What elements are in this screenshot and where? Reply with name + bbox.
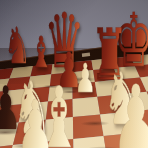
piece-white-pawn-b2: ♟ [16, 91, 51, 148]
piece-red-knight-b8: ♞ [4, 21, 28, 71]
piece-white-pawn-g2: ♟ [111, 74, 148, 148]
pieces-layer: ♞♚♝♛♜♟♟♞♟♞♝♟♟ [0, 0, 148, 148]
chess-photo-scene: ♞♚♝♛♜♟♟♞♟♞♝♟♟ [0, 0, 148, 148]
